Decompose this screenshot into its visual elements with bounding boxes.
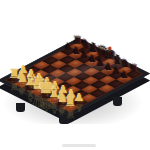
black-rook: ♜ <box>129 64 138 74</box>
black-king-red-finial <box>108 46 111 49</box>
white-rook: ♜ <box>65 95 77 108</box>
product-photo-amber-chess-set: ♜♜♞♞♝♝♛♛♚♚♝♝♞♞♜♜♟♟♟♟♟♟♟♟♟♟♟♟♟♟♟♟♜♜♞♞♝♝♛♛… <box>0 0 150 150</box>
photo-watermark <box>62 144 96 147</box>
black-pawn: ♟ <box>120 70 128 79</box>
black-rook-reflection: ♜ <box>129 73 138 83</box>
piece-layer: ♜♜♞♞♝♝♛♛♚♚♝♝♞♞♜♜♟♟♟♟♟♟♟♟♟♟♟♟♟♟♟♟♜♜♞♞♝♝♛♛… <box>0 0 150 150</box>
